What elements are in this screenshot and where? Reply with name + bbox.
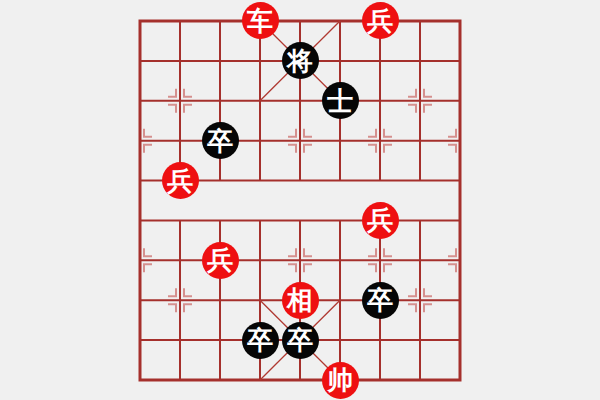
- piece-black-soldier[interactable]: 卒: [362, 282, 399, 319]
- piece-black-advisor[interactable]: 士: [322, 82, 359, 119]
- piece-red-elephant[interactable]: 相: [282, 282, 319, 319]
- piece-black-general[interactable]: 将: [282, 42, 319, 79]
- piece-red-chariot[interactable]: 车: [242, 2, 279, 39]
- xiangqi-diagram: 车兵将士卒兵兵兵相卒卒卒帅: [0, 0, 600, 400]
- piece-red-soldier[interactable]: 兵: [162, 162, 199, 199]
- piece-red-soldier[interactable]: 兵: [202, 242, 239, 279]
- piece-red-soldier[interactable]: 兵: [362, 2, 399, 39]
- piece-red-soldier[interactable]: 兵: [362, 202, 399, 239]
- piece-black-soldier[interactable]: 卒: [242, 322, 279, 359]
- xiangqi-board[interactable]: 车兵将士卒兵兵兵相卒卒卒帅: [120, 1, 480, 400]
- piece-black-soldier[interactable]: 卒: [202, 122, 239, 159]
- piece-black-soldier[interactable]: 卒: [282, 322, 319, 359]
- piece-red-general[interactable]: 帅: [322, 362, 359, 399]
